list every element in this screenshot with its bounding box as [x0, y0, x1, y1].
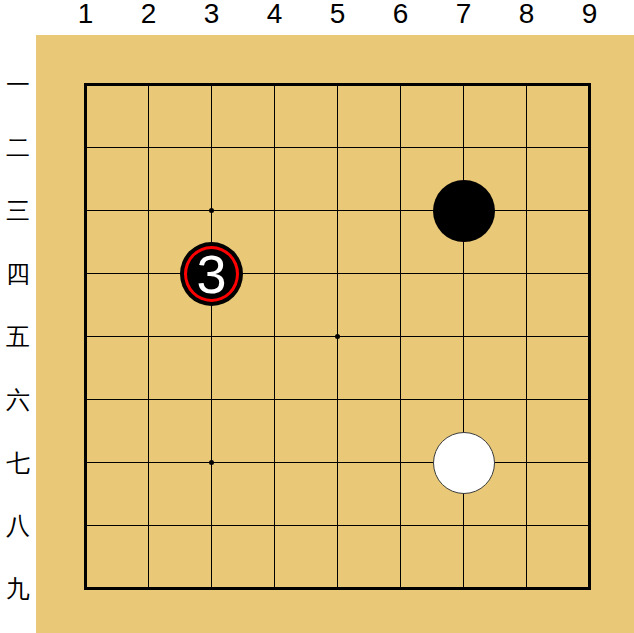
intersection-7-2[interactable] [432, 116, 495, 179]
intersection-1-4[interactable] [54, 242, 117, 305]
intersection-2-8[interactable] [117, 494, 180, 557]
intersection-6-9[interactable] [369, 557, 432, 620]
intersection-8-6[interactable] [495, 368, 558, 431]
intersection-5-8[interactable] [306, 494, 369, 557]
intersection-1-7[interactable] [54, 431, 117, 494]
intersection-4-2[interactable] [243, 116, 306, 179]
intersection-7-4[interactable] [432, 242, 495, 305]
intersection-7-8[interactable] [432, 494, 495, 557]
row-label-3: 三 [0, 179, 36, 242]
column-label-6: 6 [369, 0, 432, 29]
intersection-9-7[interactable] [558, 431, 621, 494]
intersection-4-9[interactable] [243, 557, 306, 620]
intersection-5-4[interactable] [306, 242, 369, 305]
intersection-3-1[interactable] [180, 53, 243, 116]
intersection-5-6[interactable] [306, 368, 369, 431]
intersection-2-9[interactable] [117, 557, 180, 620]
intersection-1-1[interactable] [54, 53, 117, 116]
intersection-5-1[interactable] [306, 53, 369, 116]
intersection-8-3[interactable] [495, 179, 558, 242]
intersection-6-7[interactable] [369, 431, 432, 494]
intersection-2-3[interactable] [117, 179, 180, 242]
intersection-7-1[interactable] [432, 53, 495, 116]
intersection-9-3[interactable] [558, 179, 621, 242]
intersection-1-3[interactable] [54, 179, 117, 242]
column-label-2: 2 [117, 0, 180, 29]
column-label-9: 9 [558, 0, 621, 29]
intersection-3-8[interactable] [180, 494, 243, 557]
row-label-9: 九 [0, 557, 36, 620]
row-label-7: 七 [0, 431, 36, 494]
intersection-4-5[interactable] [243, 305, 306, 368]
intersection-5-9[interactable] [306, 557, 369, 620]
column-label-4: 4 [243, 0, 306, 29]
row-label-2: 二 [0, 116, 36, 179]
intersection-3-7[interactable] [180, 431, 243, 494]
intersection-4-7[interactable] [243, 431, 306, 494]
intersection-6-4[interactable] [369, 242, 432, 305]
intersection-4-6[interactable] [243, 368, 306, 431]
intersection-9-5[interactable] [558, 305, 621, 368]
intersection-2-1[interactable] [117, 53, 180, 116]
intersection-1-8[interactable] [54, 494, 117, 557]
column-label-7: 7 [432, 0, 495, 29]
intersection-1-9[interactable] [54, 557, 117, 620]
intersection-8-8[interactable] [495, 494, 558, 557]
intersection-6-3[interactable] [369, 179, 432, 242]
row-label-4: 四 [0, 242, 36, 305]
intersection-2-6[interactable] [117, 368, 180, 431]
row-label-8: 八 [0, 494, 36, 557]
row-labels: 一二三四五六七八九 [0, 53, 36, 620]
intersection-7-9[interactable] [432, 557, 495, 620]
intersection-9-8[interactable] [558, 494, 621, 557]
intersection-2-2[interactable] [117, 116, 180, 179]
intersection-6-8[interactable] [369, 494, 432, 557]
intersection-8-2[interactable] [495, 116, 558, 179]
intersection-9-2[interactable] [558, 116, 621, 179]
intersection-5-5[interactable] [306, 305, 369, 368]
intersection-6-1[interactable] [369, 53, 432, 116]
intersection-9-6[interactable] [558, 368, 621, 431]
row-label-1: 一 [0, 53, 36, 116]
white-stone[interactable] [433, 432, 495, 494]
column-label-8: 8 [495, 0, 558, 29]
intersection-3-9[interactable] [180, 557, 243, 620]
intersection-8-4[interactable] [495, 242, 558, 305]
intersection-8-5[interactable] [495, 305, 558, 368]
intersection-4-4[interactable] [243, 242, 306, 305]
intersection-3-2[interactable] [180, 116, 243, 179]
intersection-1-2[interactable] [54, 116, 117, 179]
black-stone[interactable] [433, 180, 495, 242]
intersection-5-3[interactable] [306, 179, 369, 242]
intersection-7-3[interactable] [432, 179, 495, 242]
intersection-4-1[interactable] [243, 53, 306, 116]
intersection-2-4[interactable] [117, 242, 180, 305]
go-board-diagram: 3 123456789 一二三四五六七八九 [0, 0, 634, 633]
marked-move-stone[interactable]: 3 [180, 242, 243, 306]
intersection-3-6[interactable] [180, 368, 243, 431]
intersection-2-5[interactable] [117, 305, 180, 368]
row-label-6: 六 [0, 368, 36, 431]
intersection-7-6[interactable] [432, 368, 495, 431]
row-label-5: 五 [0, 305, 36, 368]
intersection-8-9[interactable] [495, 557, 558, 620]
intersection-3-4[interactable]: 3 [180, 242, 243, 305]
intersection-3-3[interactable] [180, 179, 243, 242]
intersection-1-6[interactable] [54, 368, 117, 431]
intersection-5-7[interactable] [306, 431, 369, 494]
intersection-1-5[interactable] [54, 305, 117, 368]
column-label-3: 3 [180, 0, 243, 29]
column-labels: 123456789 [54, 0, 621, 29]
intersection-8-1[interactable] [495, 53, 558, 116]
intersection-6-6[interactable] [369, 368, 432, 431]
intersection-4-3[interactable] [243, 179, 306, 242]
intersection-9-4[interactable] [558, 242, 621, 305]
column-label-1: 1 [54, 0, 117, 29]
move-number-label: 3 [196, 242, 226, 306]
intersection-2-7[interactable] [117, 431, 180, 494]
intersection-6-2[interactable] [369, 116, 432, 179]
intersection-7-7[interactable] [432, 431, 495, 494]
intersection-7-5[interactable] [432, 305, 495, 368]
intersection-9-9[interactable] [558, 557, 621, 620]
intersection-4-8[interactable] [243, 494, 306, 557]
intersection-9-1[interactable] [558, 53, 621, 116]
intersection-6-5[interactable] [369, 305, 432, 368]
intersection-8-7[interactable] [495, 431, 558, 494]
intersection-3-5[interactable] [180, 305, 243, 368]
intersection-5-2[interactable] [306, 116, 369, 179]
column-label-5: 5 [306, 0, 369, 29]
go-board: 3 [54, 53, 621, 620]
